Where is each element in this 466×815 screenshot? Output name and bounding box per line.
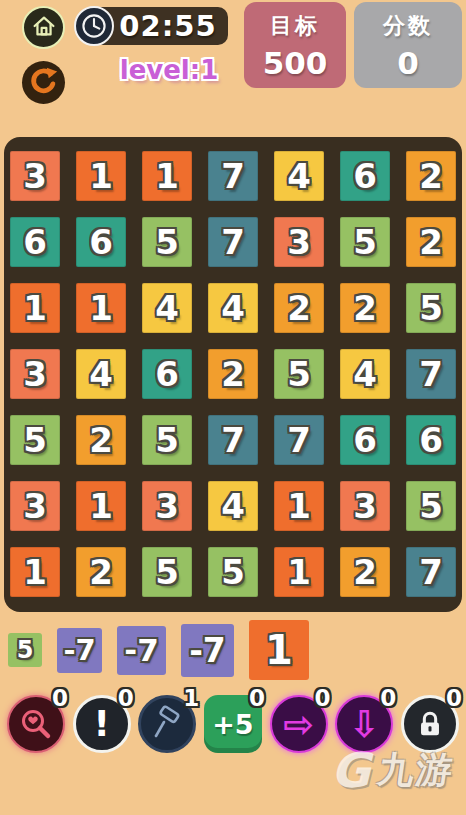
grid-tile-r5c6[interactable]: 6: [340, 415, 390, 465]
grid-tile-r3c6[interactable]: 2: [340, 283, 390, 333]
target-label: 目标: [244, 11, 346, 41]
next-tile-queue: 5-7-7-71: [8, 616, 309, 684]
powerup-count-badge: 0: [315, 685, 331, 711]
exclamation-icon: !: [93, 706, 109, 742]
target-panel: 目标 500: [244, 2, 346, 88]
powerup-count-badge: 0: [249, 685, 265, 711]
grid-tile-r4c2[interactable]: 4: [76, 349, 126, 399]
grid-tile-r7c6[interactable]: 2: [340, 547, 390, 597]
grid-tile-r7c2[interactable]: 2: [76, 547, 126, 597]
jiuyou-watermark-text: 九游: [375, 746, 458, 795]
powerup-count-badge: 0: [380, 685, 396, 711]
grid-tile-r5c5[interactable]: 7: [274, 415, 324, 465]
grid-tile-r2c3[interactable]: 5: [142, 217, 192, 267]
grid-tile-r7c4[interactable]: 5: [208, 547, 258, 597]
grid-tile-r6c1[interactable]: 3: [10, 481, 60, 531]
heart-scope-powerup-button[interactable]: 0: [7, 695, 65, 753]
arrow-right-powerup-button[interactable]: ⇨ 0: [270, 695, 328, 753]
grid-tile-r7c3[interactable]: 5: [142, 547, 192, 597]
grid-tile-r4c1[interactable]: 3: [10, 349, 60, 399]
queue-tile-4: -7: [181, 624, 234, 677]
powerup-count-badge: 0: [118, 685, 134, 711]
restart-icon: [28, 65, 60, 101]
queue-tile-5[interactable]: 1: [249, 620, 309, 680]
clock-icon: [74, 6, 114, 46]
score-panel: 分数 0: [354, 2, 462, 88]
arrow-down-icon: ⇩: [349, 706, 380, 743]
grid-tile-r2c1[interactable]: 6: [10, 217, 60, 267]
grid-tile-r2c4[interactable]: 7: [208, 217, 258, 267]
level-label: level:1: [104, 55, 234, 85]
grid-tile-r2c5[interactable]: 3: [274, 217, 324, 267]
powerup-count-badge: 0: [446, 685, 462, 711]
grid-tile-r2c7[interactable]: 2: [406, 217, 456, 267]
grid-tile-r6c4[interactable]: 4: [208, 481, 258, 531]
target-value: 500: [244, 45, 346, 81]
grid-tile-r4c3[interactable]: 6: [142, 349, 192, 399]
grid-tile-r5c4[interactable]: 7: [208, 415, 258, 465]
plus-five-powerup-button[interactable]: +5 0: [204, 695, 262, 753]
grid-tile-r2c2[interactable]: 6: [76, 217, 126, 267]
grid-tile-r1c7[interactable]: 2: [406, 151, 456, 201]
queue-tile-3: -7: [117, 626, 166, 675]
exclamation-powerup-button[interactable]: ! 0: [73, 695, 131, 753]
grid-tile-r1c6[interactable]: 6: [340, 151, 390, 201]
grid-tile-r3c7[interactable]: 5: [406, 283, 456, 333]
grid-tile-r3c1[interactable]: 1: [10, 283, 60, 333]
grid-tile-r6c7[interactable]: 5: [406, 481, 456, 531]
grid-tile-r4c5[interactable]: 5: [274, 349, 324, 399]
score-value: 0: [354, 45, 462, 81]
queue-tile-2: -7: [57, 628, 102, 673]
grid-tile-r5c2[interactable]: 2: [76, 415, 126, 465]
grid-tile-r5c3[interactable]: 5: [142, 415, 192, 465]
grid-tile-r3c4[interactable]: 4: [208, 283, 258, 333]
grid-tile-r1c4[interactable]: 7: [208, 151, 258, 201]
powerup-count-badge: 0: [52, 685, 68, 711]
jiuyou-logo-icon: G: [328, 742, 381, 798]
grid-tile-r6c5[interactable]: 1: [274, 481, 324, 531]
grid-tile-r6c6[interactable]: 3: [340, 481, 390, 531]
grid-tile-r6c3[interactable]: 3: [142, 481, 192, 531]
grid-tile-r3c3[interactable]: 4: [142, 283, 192, 333]
grid-tile-r4c7[interactable]: 7: [406, 349, 456, 399]
grid-tile-r6c2[interactable]: 1: [76, 481, 126, 531]
grid-tile-r7c5[interactable]: 1: [274, 547, 324, 597]
grid-tile-r2c6[interactable]: 5: [340, 217, 390, 267]
grid-tile-r1c3[interactable]: 1: [142, 151, 192, 201]
grid-tile-r7c7[interactable]: 7: [406, 547, 456, 597]
grid-tile-r4c4[interactable]: 2: [208, 349, 258, 399]
arrow-right-icon: ⇨: [283, 706, 314, 743]
restart-button[interactable]: [22, 61, 65, 104]
grid-tile-r1c5[interactable]: 4: [274, 151, 324, 201]
grid-tile-r1c1[interactable]: 3: [10, 151, 60, 201]
board: 3117462665735211442253462547525776631341…: [4, 137, 462, 612]
grid-tile-r4c6[interactable]: 4: [340, 349, 390, 399]
grid-tile-r3c2[interactable]: 1: [76, 283, 126, 333]
jiuyou-watermark: G 九游: [335, 742, 454, 798]
grid-tile-r5c1[interactable]: 5: [10, 415, 60, 465]
home-icon: [29, 11, 59, 45]
powerup-count-badge: 1: [183, 685, 199, 711]
plus-five-icon: +5: [212, 709, 253, 740]
grid-tile-r7c1[interactable]: 1: [10, 547, 60, 597]
hammer-powerup-button[interactable]: 1: [138, 695, 196, 753]
grid-tile-r5c7[interactable]: 6: [406, 415, 456, 465]
grid-tile-r1c2[interactable]: 1: [76, 151, 126, 201]
score-label: 分数: [354, 11, 462, 41]
grid-tile-r3c5[interactable]: 2: [274, 283, 324, 333]
queue-tile-1: 5: [8, 633, 42, 667]
timer-value: 02:55: [119, 9, 216, 43]
home-button[interactable]: [22, 6, 65, 49]
